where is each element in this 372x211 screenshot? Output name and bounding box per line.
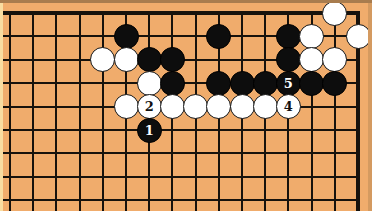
- top-border-strip: [0, 0, 372, 3]
- black-stone-move-5: 5: [276, 71, 301, 96]
- white-stone: [137, 71, 162, 96]
- move-number: 1: [145, 124, 154, 137]
- white-stone: [299, 24, 324, 49]
- black-stone: [206, 24, 231, 49]
- black-stone: [160, 47, 185, 72]
- white-stone: [230, 94, 255, 119]
- black-stone: [322, 71, 347, 96]
- black-stone: [160, 71, 185, 96]
- white-stone-move-4: 4: [276, 94, 301, 119]
- black-stone: [114, 24, 139, 49]
- white-stone: [114, 47, 139, 72]
- go-diagram: 5241: [0, 0, 372, 211]
- white-stone: [160, 94, 185, 119]
- grid-line: [32, 11, 34, 211]
- black-stone-move-1: 1: [137, 118, 162, 143]
- white-stone: [322, 47, 347, 72]
- white-stone: [322, 1, 347, 26]
- black-stone: [253, 71, 278, 96]
- go-board[interactable]: 5241: [0, 0, 372, 211]
- grid-line: [55, 11, 57, 211]
- white-stone: [206, 94, 231, 119]
- black-stone: [276, 47, 301, 72]
- right-border-strip: [368, 3, 372, 211]
- white-stone: [299, 47, 324, 72]
- grid-line: [9, 11, 11, 211]
- move-number: 4: [284, 100, 293, 113]
- grid-line: [102, 11, 104, 211]
- black-stone: [206, 71, 231, 96]
- left-border-strip: [0, 3, 3, 211]
- black-stone: [299, 71, 324, 96]
- white-stone: [253, 94, 278, 119]
- white-stone: [114, 94, 139, 119]
- white-stone: [90, 47, 115, 72]
- white-stone: [183, 94, 208, 119]
- grid-line: [334, 11, 336, 211]
- grid-line: [79, 11, 81, 211]
- white-stone: [346, 24, 371, 49]
- black-stone: [137, 47, 162, 72]
- black-stone: [230, 71, 255, 96]
- black-stone: [276, 24, 301, 49]
- move-number: 5: [284, 77, 293, 90]
- move-number: 2: [145, 100, 154, 113]
- white-stone-move-2: 2: [137, 94, 162, 119]
